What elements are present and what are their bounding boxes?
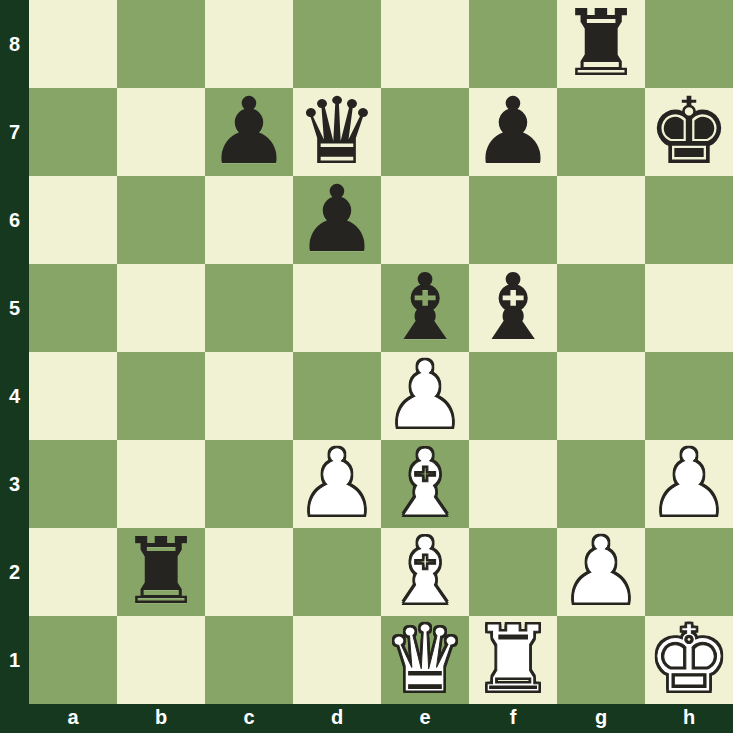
square-d3[interactable]: ♟ [293, 440, 381, 528]
rank-label-6: 6 [0, 176, 29, 264]
file-label-e: e [381, 704, 469, 733]
black-pawn-c7[interactable]: ♟ [208, 88, 290, 176]
file-label-h: h [645, 704, 733, 733]
white-pawn-e4[interactable]: ♟ [384, 352, 466, 440]
chess-board: ♜♟♛♟♚♟♝♝♟♟♝♟♜♝♟♛♜♚ [29, 0, 733, 704]
square-f2[interactable] [469, 528, 557, 616]
square-e1[interactable]: ♛ [381, 616, 469, 704]
black-pawn-f7[interactable]: ♟ [472, 88, 554, 176]
rank-labels: 8 7 6 5 4 3 2 1 [0, 0, 29, 704]
square-d6[interactable]: ♟ [293, 176, 381, 264]
square-a6[interactable] [29, 176, 117, 264]
square-f4[interactable] [469, 352, 557, 440]
rank-label-4: 4 [0, 352, 29, 440]
square-h5[interactable] [645, 264, 733, 352]
square-c2[interactable] [205, 528, 293, 616]
square-e4[interactable]: ♟ [381, 352, 469, 440]
square-e3[interactable]: ♝ [381, 440, 469, 528]
white-pawn-h3[interactable]: ♟ [648, 440, 730, 528]
square-h1[interactable]: ♚ [645, 616, 733, 704]
rank-label-1: 1 [0, 616, 29, 704]
square-e5[interactable]: ♝ [381, 264, 469, 352]
black-bishop-f5[interactable]: ♝ [472, 264, 554, 352]
square-g4[interactable] [557, 352, 645, 440]
square-g7[interactable] [557, 88, 645, 176]
square-c1[interactable] [205, 616, 293, 704]
black-queen-d7[interactable]: ♛ [296, 88, 378, 176]
black-rook-b2[interactable]: ♜ [120, 528, 202, 616]
black-bishop-e5[interactable]: ♝ [384, 264, 466, 352]
rank-label-7: 7 [0, 88, 29, 176]
chess-app: 8 7 6 5 4 3 2 1 ♜♟♛♟♚♟♝♝♟♟♝♟♜♝♟♛♜♚ a b c… [0, 0, 733, 733]
white-rook-f1[interactable]: ♜ [472, 616, 554, 704]
square-c6[interactable] [205, 176, 293, 264]
file-label-g: g [557, 704, 645, 733]
square-f5[interactable]: ♝ [469, 264, 557, 352]
square-h4[interactable] [645, 352, 733, 440]
square-f7[interactable]: ♟ [469, 88, 557, 176]
square-e8[interactable] [381, 0, 469, 88]
square-g1[interactable] [557, 616, 645, 704]
white-queen-e1[interactable]: ♛ [384, 616, 466, 704]
file-label-b: b [117, 704, 205, 733]
square-g2[interactable]: ♟ [557, 528, 645, 616]
square-a1[interactable] [29, 616, 117, 704]
black-king-h7[interactable]: ♚ [648, 88, 730, 176]
square-g3[interactable] [557, 440, 645, 528]
square-g5[interactable] [557, 264, 645, 352]
black-rook-g8[interactable]: ♜ [560, 0, 642, 88]
file-label-c: c [205, 704, 293, 733]
square-g6[interactable] [557, 176, 645, 264]
square-e7[interactable] [381, 88, 469, 176]
file-label-a: a [29, 704, 117, 733]
square-d2[interactable] [293, 528, 381, 616]
white-bishop-e3[interactable]: ♝ [384, 440, 466, 528]
square-c8[interactable] [205, 0, 293, 88]
file-label-f: f [469, 704, 557, 733]
square-h8[interactable] [645, 0, 733, 88]
square-d1[interactable] [293, 616, 381, 704]
black-pawn-d6[interactable]: ♟ [296, 176, 378, 264]
white-pawn-g2[interactable]: ♟ [560, 528, 642, 616]
square-b2[interactable]: ♜ [117, 528, 205, 616]
square-a3[interactable] [29, 440, 117, 528]
white-king-h1[interactable]: ♚ [648, 616, 730, 704]
square-a4[interactable] [29, 352, 117, 440]
file-labels: a b c d e f g h [29, 704, 733, 733]
square-b1[interactable] [117, 616, 205, 704]
rank-label-2: 2 [0, 528, 29, 616]
square-a5[interactable] [29, 264, 117, 352]
square-c4[interactable] [205, 352, 293, 440]
square-f8[interactable] [469, 0, 557, 88]
square-d5[interactable] [293, 264, 381, 352]
square-c5[interactable] [205, 264, 293, 352]
rank-label-3: 3 [0, 440, 29, 528]
square-b3[interactable] [117, 440, 205, 528]
square-f3[interactable] [469, 440, 557, 528]
square-b8[interactable] [117, 0, 205, 88]
square-d8[interactable] [293, 0, 381, 88]
square-b5[interactable] [117, 264, 205, 352]
square-h7[interactable]: ♚ [645, 88, 733, 176]
square-h2[interactable] [645, 528, 733, 616]
square-a7[interactable] [29, 88, 117, 176]
white-pawn-d3[interactable]: ♟ [296, 440, 378, 528]
square-f6[interactable] [469, 176, 557, 264]
square-b4[interactable] [117, 352, 205, 440]
square-c3[interactable] [205, 440, 293, 528]
square-h6[interactable] [645, 176, 733, 264]
square-h3[interactable]: ♟ [645, 440, 733, 528]
rank-label-5: 5 [0, 264, 29, 352]
square-a2[interactable] [29, 528, 117, 616]
square-a8[interactable] [29, 0, 117, 88]
square-f1[interactable]: ♜ [469, 616, 557, 704]
file-label-d: d [293, 704, 381, 733]
square-d4[interactable] [293, 352, 381, 440]
square-b7[interactable] [117, 88, 205, 176]
square-e6[interactable] [381, 176, 469, 264]
square-g8[interactable]: ♜ [557, 0, 645, 88]
square-d7[interactable]: ♛ [293, 88, 381, 176]
rank-label-8: 8 [0, 0, 29, 88]
white-bishop-e2[interactable]: ♝ [384, 528, 466, 616]
square-e2[interactable]: ♝ [381, 528, 469, 616]
square-b6[interactable] [117, 176, 205, 264]
square-c7[interactable]: ♟ [205, 88, 293, 176]
